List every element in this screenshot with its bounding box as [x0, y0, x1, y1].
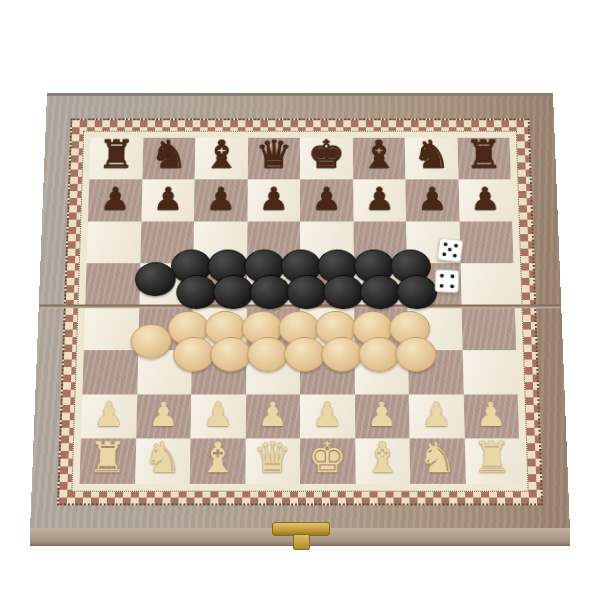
black-checker-disc[interactable] [250, 275, 291, 309]
chess-piece-light-p[interactable]: ♟ [257, 399, 288, 432]
chess-piece-light-n[interactable]: ♞ [417, 436, 457, 479]
chess-piece-dark-p[interactable]: ♟ [311, 183, 341, 214]
die-showing-4[interactable] [435, 269, 460, 293]
chess-piece-light-b[interactable]: ♝ [198, 436, 238, 479]
board-square[interactable] [460, 263, 515, 306]
die-showing-5[interactable] [437, 237, 464, 263]
light-checker-disc[interactable] [284, 337, 325, 372]
chess-piece-light-p[interactable]: ♟ [148, 399, 180, 432]
black-checker-disc[interactable] [135, 262, 176, 296]
brass-clasp-tab [293, 534, 310, 550]
chess-piece-dark-b[interactable]: ♝ [360, 135, 398, 174]
chess-piece-light-q[interactable]: ♛ [253, 436, 292, 479]
board-square[interactable]: ♟ [141, 179, 195, 221]
die-pip [440, 274, 444, 278]
board-square[interactable]: ♜ [80, 439, 136, 484]
light-checker-disc[interactable] [247, 337, 288, 372]
die-pip [453, 254, 457, 258]
board-square[interactable]: ♟ [300, 179, 353, 221]
board-square[interactable]: ♟ [405, 179, 459, 221]
board-square[interactable]: ♝ [195, 138, 248, 179]
board-square[interactable] [85, 263, 140, 306]
die-pip [439, 284, 443, 288]
chess-piece-dark-q[interactable]: ♛ [255, 135, 292, 174]
chess-piece-dark-p[interactable]: ♟ [153, 183, 184, 214]
chess-piece-dark-p[interactable]: ♟ [100, 183, 131, 214]
chess-piece-dark-p[interactable]: ♟ [417, 183, 448, 214]
board-square[interactable]: ♞ [142, 138, 195, 179]
chess-piece-dark-k[interactable]: ♚ [308, 135, 345, 174]
chess-piece-light-p[interactable]: ♟ [202, 399, 233, 432]
die-pip-cell [452, 253, 458, 259]
chess-piece-light-n[interactable]: ♞ [143, 436, 183, 479]
product-photo-scene: ♜♞♝♛♚♝♞♜♟♟♟♟♟♟♟♟♟♟♟♟♟♟♟♟♜♞♝♛♚♝♞♜ [0, 0, 600, 600]
chess-piece-light-r[interactable]: ♜ [472, 436, 512, 479]
die-pip [451, 274, 455, 278]
board-square[interactable]: ♟ [353, 179, 406, 221]
board-square[interactable]: ♝ [355, 439, 410, 484]
chess-piece-light-b[interactable]: ♝ [363, 436, 403, 479]
light-checker-disc[interactable] [210, 337, 251, 372]
chess-piece-dark-p[interactable]: ♟ [470, 183, 501, 214]
black-checker-disc[interactable] [176, 275, 217, 309]
black-checker-disc[interactable] [286, 275, 327, 309]
chess-piece-light-p[interactable]: ♟ [421, 399, 453, 432]
board-square[interactable] [461, 306, 516, 350]
board-square[interactable]: ♛ [247, 138, 300, 179]
chess-piece-dark-n[interactable]: ♞ [150, 135, 188, 174]
light-checker-disc[interactable] [321, 337, 362, 372]
board-square[interactable]: ♜ [457, 138, 511, 179]
board-square[interactable]: ♝ [190, 439, 245, 484]
chess-piece-light-r[interactable]: ♜ [88, 436, 128, 479]
board-square[interactable] [82, 350, 137, 394]
board-square[interactable]: ♛ [245, 439, 300, 484]
chess-piece-light-p[interactable]: ♟ [366, 399, 397, 432]
chess-piece-light-p[interactable]: ♟ [475, 399, 507, 432]
board-square[interactable] [459, 221, 513, 263]
chess-piece-dark-n[interactable]: ♞ [412, 135, 450, 174]
board-square[interactable]: ♟ [194, 179, 247, 221]
chess-piece-dark-p[interactable]: ♟ [364, 183, 394, 214]
board-square[interactable]: ♞ [405, 138, 458, 179]
chess-piece-dark-b[interactable]: ♝ [202, 135, 240, 174]
black-checker-disc[interactable] [213, 275, 254, 309]
die-pip [450, 285, 454, 289]
chess-piece-dark-p[interactable]: ♟ [259, 183, 289, 214]
board-square[interactable] [462, 350, 517, 394]
board-square[interactable]: ♚ [300, 439, 355, 484]
black-checker-disc[interactable] [323, 275, 364, 309]
chess-piece-dark-p[interactable]: ♟ [206, 183, 236, 214]
chess-piece-light-k[interactable]: ♚ [308, 436, 347, 479]
board-square[interactable]: ♜ [464, 439, 520, 484]
board-square[interactable] [87, 221, 141, 263]
chess-piece-light-p[interactable]: ♟ [312, 399, 343, 432]
board-square[interactable]: ♞ [410, 439, 466, 484]
black-checker-disc[interactable] [396, 275, 437, 309]
board-square[interactable]: ♟ [88, 179, 142, 221]
game-board: ♜♞♝♛♚♝♞♜♟♟♟♟♟♟♟♟♟♟♟♟♟♟♟♟♜♞♝♛♚♝♞♜ [30, 93, 570, 531]
board-square[interactable]: ♞ [135, 439, 191, 484]
board-square[interactable]: ♟ [247, 179, 300, 221]
light-checker-disc[interactable] [358, 337, 399, 372]
chess-piece-dark-r[interactable]: ♜ [465, 135, 503, 174]
board-square[interactable]: ♜ [89, 138, 143, 179]
board-square[interactable]: ♟ [458, 179, 512, 221]
light-checker-disc[interactable] [173, 337, 214, 372]
chess-piece-dark-r[interactable]: ♜ [97, 135, 135, 174]
light-checker-disc[interactable] [130, 324, 172, 359]
chess-piece-light-p[interactable]: ♟ [93, 399, 125, 432]
board-square[interactable]: ♚ [300, 138, 353, 179]
die-pip-cell [449, 284, 455, 289]
light-checker-disc[interactable] [395, 337, 437, 372]
black-checker-disc[interactable] [360, 275, 401, 309]
board-square[interactable]: ♝ [352, 138, 405, 179]
